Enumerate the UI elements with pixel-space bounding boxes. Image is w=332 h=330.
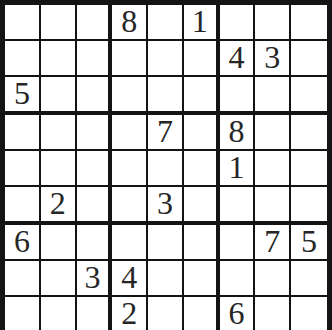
cell-r4c7[interactable]: 8: [220, 115, 256, 151]
cell-r9c9[interactable]: [291, 297, 327, 330]
cell-r3c2[interactable]: [41, 77, 77, 115]
cell-r7c3[interactable]: [77, 225, 113, 261]
cell-r2c3[interactable]: [77, 41, 113, 77]
cell-r3c8[interactable]: [255, 77, 291, 115]
cell-r2c6[interactable]: [184, 41, 220, 77]
cell-r2c5[interactable]: [148, 41, 184, 77]
cell-r6c7[interactable]: [220, 187, 256, 225]
cell-r1c6[interactable]: 1: [184, 5, 220, 41]
cell-r2c4[interactable]: [112, 41, 148, 77]
cell-r2c7[interactable]: 4: [220, 41, 256, 77]
cell-r2c1[interactable]: [5, 41, 41, 77]
cell-r9c6[interactable]: [184, 297, 220, 330]
cell-r8c2[interactable]: [41, 261, 77, 297]
cell-r5c9[interactable]: [291, 151, 327, 187]
cell-r6c1[interactable]: [5, 187, 41, 225]
cell-r7c4[interactable]: [112, 225, 148, 261]
cell-r8c9[interactable]: [291, 261, 327, 297]
cell-r5c7[interactable]: 1: [220, 151, 256, 187]
cell-r2c8[interactable]: 3: [255, 41, 291, 77]
cell-r1c5[interactable]: [148, 5, 184, 41]
cell-r1c2[interactable]: [41, 5, 77, 41]
cell-r7c5[interactable]: [148, 225, 184, 261]
cell-r9c1[interactable]: [5, 297, 41, 330]
cell-r6c8[interactable]: [255, 187, 291, 225]
cell-r3c7[interactable]: [220, 77, 256, 115]
cell-r5c6[interactable]: [184, 151, 220, 187]
cell-r4c1[interactable]: [5, 115, 41, 151]
cell-r4c2[interactable]: [41, 115, 77, 151]
cell-r5c2[interactable]: [41, 151, 77, 187]
cell-r3c5[interactable]: [148, 77, 184, 115]
cell-r5c5[interactable]: [148, 151, 184, 187]
cell-r4c5[interactable]: 7: [148, 115, 184, 151]
cell-r9c7[interactable]: 6: [220, 297, 256, 330]
cell-r5c3[interactable]: [77, 151, 113, 187]
cell-r8c5[interactable]: [148, 261, 184, 297]
cell-r1c3[interactable]: [77, 5, 113, 41]
cell-r7c6[interactable]: [184, 225, 220, 261]
cell-r9c3[interactable]: [77, 297, 113, 330]
cell-r9c4[interactable]: 2: [112, 297, 148, 330]
cell-r4c4[interactable]: [112, 115, 148, 151]
cell-r1c4[interactable]: 8: [112, 5, 148, 41]
cell-r6c6[interactable]: [184, 187, 220, 225]
cell-r3c1[interactable]: 5: [5, 77, 41, 115]
cell-r7c1[interactable]: 6: [5, 225, 41, 261]
cell-r3c3[interactable]: [77, 77, 113, 115]
cell-r7c7[interactable]: [220, 225, 256, 261]
sudoku-board: 81435781236753426: [0, 0, 332, 330]
cell-r8c7[interactable]: [220, 261, 256, 297]
cell-r7c9[interactable]: 5: [291, 225, 327, 261]
cell-r7c8[interactable]: 7: [255, 225, 291, 261]
cell-r6c9[interactable]: [291, 187, 327, 225]
cell-r2c2[interactable]: [41, 41, 77, 77]
cell-r6c4[interactable]: [112, 187, 148, 225]
cell-r9c2[interactable]: [41, 297, 77, 330]
cell-r3c4[interactable]: [112, 77, 148, 115]
cell-r8c1[interactable]: [5, 261, 41, 297]
cell-r6c5[interactable]: 3: [148, 187, 184, 225]
cell-r4c8[interactable]: [255, 115, 291, 151]
cell-r4c3[interactable]: [77, 115, 113, 151]
cell-r8c6[interactable]: [184, 261, 220, 297]
cell-r6c2[interactable]: 2: [41, 187, 77, 225]
cell-r5c1[interactable]: [5, 151, 41, 187]
cell-r4c6[interactable]: [184, 115, 220, 151]
cell-r8c3[interactable]: 3: [77, 261, 113, 297]
cell-r9c8[interactable]: [255, 297, 291, 330]
cell-r3c9[interactable]: [291, 77, 327, 115]
cell-r7c2[interactable]: [41, 225, 77, 261]
cell-r5c8[interactable]: [255, 151, 291, 187]
cell-r6c3[interactable]: [77, 187, 113, 225]
cell-r1c7[interactable]: [220, 5, 256, 41]
cell-r9c5[interactable]: [148, 297, 184, 330]
cell-r1c9[interactable]: [291, 5, 327, 41]
cell-r1c1[interactable]: [5, 5, 41, 41]
cell-r3c6[interactable]: [184, 77, 220, 115]
cell-r5c4[interactable]: [112, 151, 148, 187]
cell-r8c4[interactable]: 4: [112, 261, 148, 297]
cell-r1c8[interactable]: [255, 5, 291, 41]
cell-r8c8[interactable]: [255, 261, 291, 297]
cell-r4c9[interactable]: [291, 115, 327, 151]
cell-r2c9[interactable]: [291, 41, 327, 77]
